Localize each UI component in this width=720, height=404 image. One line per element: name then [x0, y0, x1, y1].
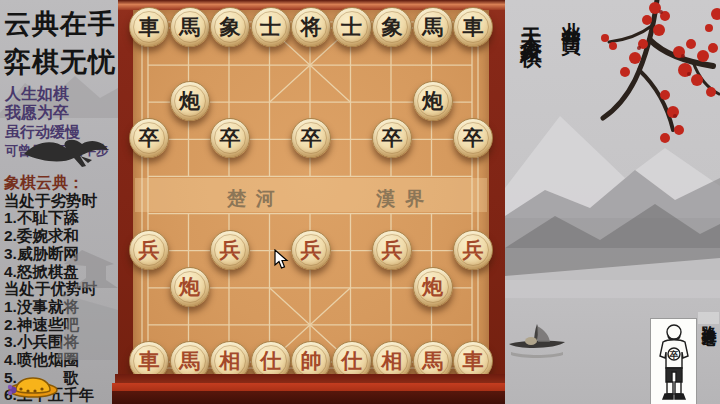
codex-title: 象棋云典： [4, 174, 97, 192]
text-line: 虽行动缓慢 [5, 122, 109, 141]
board-frame-ledge [115, 374, 508, 383]
xiangqi-piece-車[interactable]: 車 [129, 7, 169, 47]
text-line: 3.小兵围将 [4, 333, 97, 351]
board-frame-ledge-highlight [112, 383, 511, 391]
xiangqi-piece-炮[interactable]: 炮 [170, 267, 210, 307]
xiangqi-piece-馬[interactable]: 馬 [413, 7, 453, 47]
text-line: 3.威胁断网 [4, 245, 97, 263]
xiangqi-piece-炮[interactable]: 炮 [170, 81, 210, 121]
text-line: 可曾见我后退半步 [5, 141, 109, 160]
xiangqi-piece-士[interactable]: 士 [251, 7, 291, 47]
text-line: 1.不耻下舔 [4, 209, 97, 227]
boat-icon [507, 322, 567, 372]
board-frame-base [112, 391, 511, 404]
xiangqi-piece-兵[interactable]: 兵 [210, 230, 250, 270]
xiangqi-piece-馬[interactable]: 馬 [170, 7, 210, 47]
codex-section1-title: 当处于劣势时 [4, 192, 97, 210]
mascot-figure: 卒 [650, 318, 697, 404]
codex-section1: 1.不耻下舔2.委婉求和3.威胁断网4.怒掀棋盘 [4, 209, 97, 280]
svg-text:卒: 卒 [668, 350, 678, 360]
slogan-line-1: 云典在手 [4, 6, 116, 42]
text-line: 我愿为卒 [5, 103, 109, 122]
xiangqi-piece-炮[interactable]: 炮 [413, 267, 453, 307]
app-name-label: 天天象棋 [516, 10, 546, 34]
straw-hat-icon [6, 366, 58, 398]
xiangqi-piece-象[interactable]: 象 [372, 7, 412, 47]
text-line: 2.神速些吧 [4, 316, 97, 334]
stream-overlay-root: { "game": "xiangqi", "position": { "fen"… [0, 0, 720, 404]
right-overlay-panel: 天天象棋 业叁守門員 卒 路边摊老云 [505, 0, 720, 404]
xiangqi-piece-将[interactable]: 将 [291, 7, 331, 47]
xiangqi-board-surface[interactable]: 楚河 漢界 車馬象士将士象馬車炮炮卒卒卒卒卒兵兵兵兵兵炮炮車馬相仕帥仕相馬車 [133, 10, 489, 374]
xiangqi-piece-兵[interactable]: 兵 [129, 230, 169, 270]
river-label-han-jie: 漢界 [376, 186, 434, 212]
text-line: 1.没事就将 [4, 298, 97, 316]
xiangqi-piece-炮[interactable]: 炮 [413, 81, 453, 121]
river-label-chu-he: 楚河 [227, 186, 285, 212]
xiangqi-piece-兵[interactable]: 兵 [453, 230, 493, 270]
text-line: 4.怒掀棋盘 [4, 263, 97, 281]
watermark-label: 路边摊老云 [698, 312, 719, 324]
xiangqi-piece-兵[interactable]: 兵 [372, 230, 412, 270]
plum-blossom-branch [595, 0, 720, 145]
xiangqi-piece-士[interactable]: 士 [332, 7, 372, 47]
xiangqi-piece-兵[interactable]: 兵 [291, 230, 331, 270]
xiangqi-piece-象[interactable]: 象 [210, 7, 250, 47]
board-grid-lines [133, 10, 489, 374]
slogan-line-2: 弈棋无忧 [4, 44, 116, 80]
xiangqi-piece-車[interactable]: 車 [453, 7, 493, 47]
codex-section2-title: 当处于优势时 [4, 280, 97, 298]
mountain-ink-right [505, 108, 720, 298]
text-line: 2.委婉求和 [4, 227, 97, 245]
player-name-label: 业叁守門員 [558, 6, 584, 26]
text-line: 人生如棋 [5, 84, 109, 103]
xiangqi-board-frame: 楚河 漢界 車馬象士将士象馬車炮炮卒卒卒卒卒兵兵兵兵兵炮炮車馬相仕帥仕相馬車 [118, 0, 505, 404]
left-overlay-panel: 云典在手 弈棋无忧 人生如棋我愿为卒虽行动缓慢可曾见我后退半步 象棋云典： 当处… [0, 0, 118, 404]
poem-block: 人生如棋我愿为卒虽行动缓慢可曾见我后退半步 [5, 84, 109, 160]
